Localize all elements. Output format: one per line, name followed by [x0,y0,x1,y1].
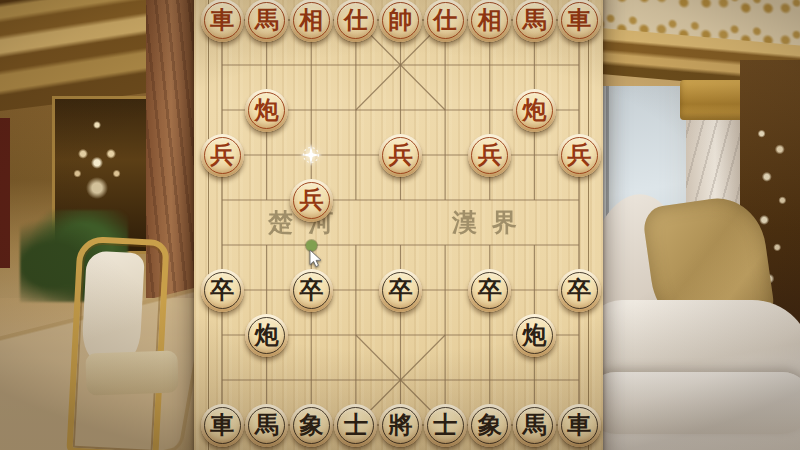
piece-ring [471,2,508,39]
piece-red-soldier[interactable]: 兵 [379,134,422,177]
piece-red-chariot[interactable]: 車 [558,0,601,42]
piece-black-soldier[interactable]: 卒 [468,269,511,312]
piece-black-chariot[interactable]: 車 [558,404,601,447]
piece-black-soldier[interactable]: 卒 [290,269,333,312]
piece-black-cannon[interactable]: 炮 [513,314,556,357]
piece-black-chariot[interactable]: 車 [201,404,244,447]
piece-ring [471,137,508,174]
candelabra-icon [62,116,132,206]
piece-black-soldier[interactable]: 卒 [379,269,422,312]
piece-red-elephant[interactable]: 相 [290,0,333,42]
piece-ring [248,2,285,39]
piece-black-soldier[interactable]: 卒 [558,269,601,312]
piece-ring [561,137,598,174]
piece-ring [337,407,374,444]
piece-ring [248,407,285,444]
piece-ring [248,317,285,354]
piece-ring [427,2,464,39]
piece-ring [382,407,419,444]
piece-ring [293,407,330,444]
piece-ring [204,272,241,309]
piece-ring [561,2,598,39]
screenshot-root: 楚河 漢界 車馬相仕帥仕相馬車炮炮兵兵兵兵兵卒卒卒卒卒炮炮車馬象士將士象馬車 [0,0,800,450]
move-origin-sparkle [298,142,324,168]
piece-ring [293,2,330,39]
piece-ring [248,92,285,129]
piece-ring [293,272,330,309]
couch-cushion-roll [598,372,800,434]
piece-ring [516,2,553,39]
piece-red-soldier[interactable]: 兵 [558,134,601,177]
piece-black-general[interactable]: 將 [379,404,422,447]
piece-ring [427,407,464,444]
piece-red-soldier[interactable]: 兵 [468,134,511,177]
river-label-han-jie: 漢界 [452,206,532,239]
piece-ring [337,2,374,39]
piece-black-soldier[interactable]: 卒 [201,269,244,312]
piece-red-soldier[interactable]: 兵 [201,134,244,177]
piece-ring [204,137,241,174]
background-room-left [0,0,202,450]
piece-ring [471,407,508,444]
piece-red-cannon[interactable]: 炮 [245,89,288,132]
piece-red-cannon[interactable]: 炮 [513,89,556,132]
background-room-right [598,0,800,450]
piece-red-advisor[interactable]: 仕 [424,0,467,42]
piece-ring [516,317,553,354]
piece-ring [382,2,419,39]
piece-black-elephant[interactable]: 象 [290,404,333,447]
piece-ring [204,407,241,444]
piece-ring [516,407,553,444]
piece-red-advisor[interactable]: 仕 [334,0,377,42]
piece-red-soldier[interactable]: 兵 [290,179,333,222]
piece-ring [471,272,508,309]
piece-black-elephant[interactable]: 象 [468,404,511,447]
gold-chair-seat [85,350,178,395]
piece-ring [516,92,553,129]
piece-red-horse[interactable]: 馬 [513,0,556,42]
piece-black-advisor[interactable]: 士 [424,404,467,447]
piece-ring [382,272,419,309]
piece-red-chariot[interactable]: 車 [201,0,244,42]
piece-ring [293,182,330,219]
piece-ring [382,137,419,174]
piece-ring [561,407,598,444]
piece-black-horse[interactable]: 馬 [245,404,288,447]
piece-ring [204,2,241,39]
piece-red-horse[interactable]: 馬 [245,0,288,42]
mouse-cursor [309,249,323,269]
piece-red-elephant[interactable]: 相 [468,0,511,42]
piece-ring [561,272,598,309]
piece-black-cannon[interactable]: 炮 [245,314,288,357]
piece-black-advisor[interactable]: 士 [334,404,377,447]
piece-black-horse[interactable]: 馬 [513,404,556,447]
left-maroon-drape [0,118,10,268]
gold-chair-cushion [81,251,145,364]
piece-red-general[interactable]: 帥 [379,0,422,42]
